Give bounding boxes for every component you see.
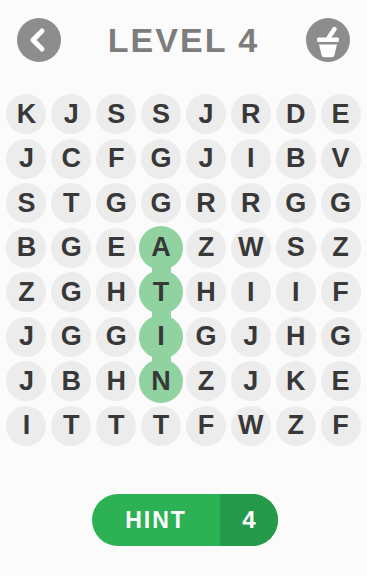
grid-cell-r2c1[interactable]: J [4, 137, 49, 182]
letter-bubble: H [96, 272, 136, 312]
grid-cell-r5c3[interactable]: H [94, 270, 139, 315]
grid-cell-r2c7[interactable]: B [273, 137, 318, 182]
grid-cell-r7c4[interactable]: N [139, 359, 184, 404]
letter-bubble: G [96, 183, 136, 223]
letter-bubble: G [276, 183, 316, 223]
letter-bubble: I [6, 406, 46, 446]
letter-bubble: J [186, 139, 226, 179]
grid-cell-r7c5[interactable]: Z [184, 359, 229, 404]
grid-cell-r4c1[interactable]: B [4, 226, 49, 271]
letter-bubble: J [231, 361, 271, 401]
letter-bubble: T [51, 183, 91, 223]
letter-bubble: E [96, 228, 136, 268]
letter-bubble: I [231, 139, 271, 179]
grid-cell-r2c8[interactable]: V [318, 137, 363, 182]
letter-bubble: W [231, 406, 271, 446]
grid-cell-r3c6[interactable]: R [228, 181, 273, 226]
grid-cell-r4c4[interactable]: A [139, 226, 184, 271]
letter-bubble: H [96, 361, 136, 401]
letter-bubble: J [6, 317, 46, 357]
grid-cell-r1c2[interactable]: J [49, 92, 94, 137]
grid-cell-r4c2[interactable]: G [49, 226, 94, 271]
letter-bubble: Z [186, 228, 226, 268]
letter-bubble: G [96, 317, 136, 357]
grid-cell-r5c7[interactable]: I [273, 270, 318, 315]
letter-bubble-selected: A [139, 226, 183, 270]
letter-bubble-selected: T [139, 270, 183, 314]
letter-bubble: Z [6, 272, 46, 312]
hints-shop-button[interactable] [306, 18, 350, 62]
grid-cell-r1c5[interactable]: J [184, 92, 229, 137]
letter-bubble: V [321, 139, 361, 179]
letter-bubble: Z [321, 228, 361, 268]
letter-bubble: G [51, 272, 91, 312]
letter-bubble: S [6, 183, 46, 223]
grid-cell-r3c3[interactable]: G [94, 181, 139, 226]
letter-grid: KJSSJRDEJCFGJIBVSTGGRRGGBGEAZWSZZGHTHIIF… [4, 92, 363, 448]
letter-bubble: J [231, 317, 271, 357]
grid-cell-r6c6[interactable]: J [228, 315, 273, 360]
grid-cell-r7c3[interactable]: H [94, 359, 139, 404]
grid-cell-r7c1[interactable]: J [4, 359, 49, 404]
grid-cell-r1c6[interactable]: R [228, 92, 273, 137]
letter-bubble: G [186, 317, 226, 357]
letter-bubble: I [231, 272, 271, 312]
letter-bubble: H [186, 272, 226, 312]
grid-cell-r2c6[interactable]: I [228, 137, 273, 182]
grid-cell-r2c2[interactable]: C [49, 137, 94, 182]
letter-bubble: G [321, 183, 361, 223]
grid-cell-r7c2[interactable]: B [49, 359, 94, 404]
letter-bubble: J [6, 361, 46, 401]
grid-cell-r5c5[interactable]: H [184, 270, 229, 315]
letter-bubble: C [51, 139, 91, 179]
letter-bubble: G [51, 317, 91, 357]
grid-cell-r1c3[interactable]: S [94, 92, 139, 137]
grid-cell-r8c1[interactable]: I [4, 404, 49, 449]
letter-bubble: T [141, 406, 181, 446]
grid-cell-r4c5[interactable]: Z [184, 226, 229, 271]
grid-cell-r6c3[interactable]: G [94, 315, 139, 360]
grid-cell-r8c7[interactable]: Z [273, 404, 318, 449]
grid-cell-r5c8[interactable]: F [318, 270, 363, 315]
grid-cell-r6c8[interactable]: G [318, 315, 363, 360]
letter-bubble: B [276, 139, 316, 179]
grid-cell-r1c4[interactable]: S [139, 92, 184, 137]
letter-bubble: S [276, 228, 316, 268]
grid-cell-r1c1[interactable]: K [4, 92, 49, 137]
letter-bubble: F [321, 272, 361, 312]
grid-cell-r7c6[interactable]: J [228, 359, 273, 404]
grid-cell-r1c8[interactable]: E [318, 92, 363, 137]
level-title: LEVEL 4 [60, 18, 307, 62]
grid-cell-r5c4[interactable]: T [139, 270, 184, 315]
grid-cell-r8c5[interactable]: F [184, 404, 229, 449]
grid-cell-r2c4[interactable]: G [139, 137, 184, 182]
grid-cell-r1c7[interactable]: D [273, 92, 318, 137]
grid-cell-r5c2[interactable]: G [49, 270, 94, 315]
letter-bubble: G [51, 228, 91, 268]
grid-cell-r6c5[interactable]: G [184, 315, 229, 360]
letter-bubble: G [321, 317, 361, 357]
letter-bubble: F [321, 406, 361, 446]
grid-cell-r2c3[interactable]: F [94, 137, 139, 182]
letter-bubble: Z [186, 361, 226, 401]
hint-button-label: HINT [92, 494, 220, 546]
grid-cell-r8c2[interactable]: T [49, 404, 94, 449]
letter-bubble: W [231, 228, 271, 268]
letter-bubble-selected: N [139, 359, 183, 403]
letter-bubble: F [96, 139, 136, 179]
grid-cell-r4c3[interactable]: E [94, 226, 139, 271]
letter-bubble: E [321, 361, 361, 401]
grid-cell-r8c4[interactable]: T [139, 404, 184, 449]
letter-bubble: K [6, 94, 46, 134]
letter-bubble: Z [276, 406, 316, 446]
letter-bubble: G [141, 139, 181, 179]
grid-cell-r3c4[interactable]: G [139, 181, 184, 226]
grid-cell-r8c6[interactable]: W [228, 404, 273, 449]
letter-bubble: S [96, 94, 136, 134]
letter-bubble: R [186, 183, 226, 223]
grid-cell-r8c8[interactable]: F [318, 404, 363, 449]
letter-bubble: R [231, 183, 271, 223]
letter-bubble: J [186, 94, 226, 134]
letter-bubble-selected: I [139, 315, 183, 359]
letter-bubble: K [276, 361, 316, 401]
grid-cell-r5c6[interactable]: I [228, 270, 273, 315]
grid-cell-r4c6[interactable]: W [228, 226, 273, 271]
letter-bubble: R [231, 94, 271, 134]
grid-cell-r5c1[interactable]: Z [4, 270, 49, 315]
hint-count-badge: 4 [220, 494, 278, 546]
grid-cell-r3c2[interactable]: T [49, 181, 94, 226]
hint-button[interactable]: HINT 4 [92, 494, 278, 546]
letter-bubble: J [6, 139, 46, 179]
letter-bubble: F [186, 406, 226, 446]
letter-bubble: B [51, 361, 91, 401]
letter-bubble: B [6, 228, 46, 268]
grid-cell-r7c8[interactable]: E [318, 359, 363, 404]
back-button[interactable] [17, 18, 61, 62]
letter-bubble: T [96, 406, 136, 446]
grid-cell-r6c7[interactable]: H [273, 315, 318, 360]
basket-icon [306, 18, 350, 62]
grid-cell-r6c4[interactable]: I [139, 315, 184, 360]
letter-bubble: I [276, 272, 316, 312]
grid-cell-r2c5[interactable]: J [184, 137, 229, 182]
grid-cell-r4c7[interactable]: S [273, 226, 318, 271]
grid-cell-r3c7[interactable]: G [273, 181, 318, 226]
header: LEVEL 4 [0, 0, 367, 80]
letter-bubble: T [51, 406, 91, 446]
letter-bubble: J [51, 94, 91, 134]
letter-bubble: S [141, 94, 181, 134]
grid-cell-r3c1[interactable]: S [4, 181, 49, 226]
grid-cell-r6c1[interactable]: J [4, 315, 49, 360]
grid-cell-r3c8[interactable]: G [318, 181, 363, 226]
letter-bubble: H [276, 317, 316, 357]
letter-bubble: G [141, 183, 181, 223]
grid-cell-r3c5[interactable]: R [184, 181, 229, 226]
grid-cell-r4c8[interactable]: Z [318, 226, 363, 271]
grid-cell-r6c2[interactable]: G [49, 315, 94, 360]
chevron-left-icon [17, 18, 61, 62]
grid-cell-r8c3[interactable]: T [94, 404, 139, 449]
letter-bubble: D [276, 94, 316, 134]
grid-cell-r7c7[interactable]: K [273, 359, 318, 404]
letter-bubble: E [321, 94, 361, 134]
